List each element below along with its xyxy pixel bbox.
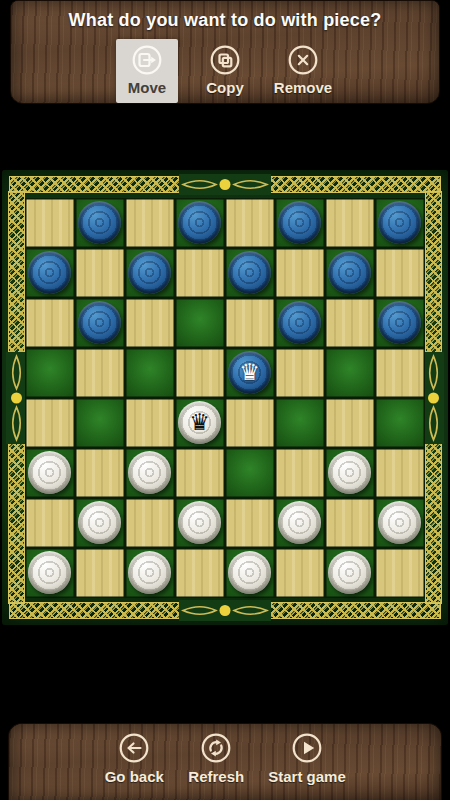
square-r4c2 [75, 348, 125, 398]
board-grid: ♛♛ [25, 198, 425, 598]
blue-piece[interactable] [78, 301, 121, 344]
square-r1c5 [225, 198, 275, 248]
square-r1c4[interactable] [175, 198, 225, 248]
blue-piece[interactable] [328, 251, 371, 294]
square-r1c8[interactable] [375, 198, 425, 248]
play-icon [291, 732, 323, 764]
square-r8c3[interactable] [125, 548, 175, 598]
blue-piece[interactable] [228, 251, 271, 294]
square-r2c1[interactable] [25, 248, 75, 298]
square-r8c7[interactable] [325, 548, 375, 598]
square-r3c5 [225, 298, 275, 348]
white-piece[interactable] [328, 451, 371, 494]
white-piece[interactable] [128, 451, 171, 494]
square-r3c4[interactable] [175, 298, 225, 348]
checkers-board: ♛♛ [2, 170, 448, 625]
square-r4c4 [175, 348, 225, 398]
square-r2c5[interactable] [225, 248, 275, 298]
frame-eye-ornament-right [423, 352, 444, 444]
remove-icon [287, 44, 319, 76]
square-r7c3 [125, 498, 175, 548]
blue-piece[interactable] [378, 301, 421, 344]
square-r5c2[interactable] [75, 398, 125, 448]
square-r4c1[interactable] [25, 348, 75, 398]
refresh-label: Refresh [188, 768, 244, 785]
square-r3c3 [125, 298, 175, 348]
square-r4c6 [275, 348, 325, 398]
white-piece[interactable] [28, 551, 71, 594]
square-r1c6[interactable] [275, 198, 325, 248]
king-crown-icon: ♛ [228, 351, 271, 394]
square-r3c7 [325, 298, 375, 348]
square-r3c8[interactable] [375, 298, 425, 348]
square-r1c3 [125, 198, 175, 248]
square-r6c2 [75, 448, 125, 498]
square-r7c1 [25, 498, 75, 548]
square-r7c5 [225, 498, 275, 548]
square-r1c2[interactable] [75, 198, 125, 248]
go-back-label: Go back [105, 768, 164, 785]
blue-piece[interactable] [78, 201, 121, 244]
square-r5c6[interactable] [275, 398, 325, 448]
frame-eye-ornament-top [179, 174, 271, 195]
action-bar: Go back Refresh Start game [8, 723, 442, 800]
square-r2c8 [375, 248, 425, 298]
square-r7c7 [325, 498, 375, 548]
blue-piece[interactable] [278, 301, 321, 344]
square-r4c5[interactable]: ♛ [225, 348, 275, 398]
square-r8c2 [75, 548, 125, 598]
square-r7c2[interactable] [75, 498, 125, 548]
square-r2c2 [75, 248, 125, 298]
square-r2c7[interactable] [325, 248, 375, 298]
square-r5c8[interactable] [375, 398, 425, 448]
blue-piece[interactable] [178, 201, 221, 244]
back-icon [118, 732, 150, 764]
start-game-button[interactable]: Start game [268, 732, 346, 785]
frame-eye-ornament-bottom [179, 600, 271, 621]
square-r6c4 [175, 448, 225, 498]
square-r8c8 [375, 548, 425, 598]
white-piece[interactable] [178, 501, 221, 544]
square-r8c4 [175, 548, 225, 598]
go-back-button[interactable]: Go back [104, 732, 164, 785]
square-r6c8 [375, 448, 425, 498]
prompt-buttons: Move Copy Remove [11, 39, 439, 103]
prompt-title: What do you want to do with piece? [11, 10, 439, 31]
blue-piece[interactable] [278, 201, 321, 244]
white-piece[interactable] [28, 451, 71, 494]
prompt-panel: What do you want to do with piece? Move … [10, 0, 440, 104]
refresh-button[interactable]: Refresh [186, 732, 246, 785]
white-king-piece[interactable]: ♛ [178, 401, 221, 444]
white-piece[interactable] [228, 551, 271, 594]
white-piece[interactable] [128, 551, 171, 594]
king-crown-icon: ♛ [178, 401, 221, 444]
action-bar-buttons: Go back Refresh Start game [9, 732, 441, 785]
square-r3c2[interactable] [75, 298, 125, 348]
square-r5c4[interactable]: ♛ [175, 398, 225, 448]
square-r5c3 [125, 398, 175, 448]
square-r8c5[interactable] [225, 548, 275, 598]
square-r7c6[interactable] [275, 498, 325, 548]
square-r2c6 [275, 248, 325, 298]
blue-piece[interactable] [28, 251, 71, 294]
square-r5c5 [225, 398, 275, 448]
square-r4c7[interactable] [325, 348, 375, 398]
white-piece[interactable] [278, 501, 321, 544]
copy-label: Copy [206, 79, 244, 96]
square-r8c1[interactable] [25, 548, 75, 598]
square-r5c1 [25, 398, 75, 448]
square-r5c7 [325, 398, 375, 448]
square-r7c4[interactable] [175, 498, 225, 548]
square-r6c3[interactable] [125, 448, 175, 498]
frame-eye-ornament-left [6, 352, 27, 444]
blue-piece[interactable] [378, 201, 421, 244]
square-r4c8 [375, 348, 425, 398]
square-r3c6[interactable] [275, 298, 325, 348]
square-r6c5[interactable] [225, 448, 275, 498]
copy-button[interactable]: Copy [194, 39, 256, 103]
remove-label: Remove [274, 79, 332, 96]
square-r6c6 [275, 448, 325, 498]
start-game-label: Start game [268, 768, 346, 785]
move-icon [131, 44, 163, 76]
square-r7c8[interactable] [375, 498, 425, 548]
square-r2c4 [175, 248, 225, 298]
square-r8c6 [275, 548, 325, 598]
square-r1c1 [25, 198, 75, 248]
white-piece[interactable] [78, 501, 121, 544]
white-piece[interactable] [378, 501, 421, 544]
copy-icon [209, 44, 241, 76]
square-r2c3[interactable] [125, 248, 175, 298]
refresh-icon [200, 732, 232, 764]
blue-king-piece[interactable]: ♛ [228, 351, 271, 394]
blue-piece[interactable] [128, 251, 171, 294]
square-r3c1 [25, 298, 75, 348]
square-r1c7 [325, 198, 375, 248]
move-button[interactable]: Move [116, 39, 178, 103]
square-r6c7[interactable] [325, 448, 375, 498]
white-piece[interactable] [328, 551, 371, 594]
remove-button[interactable]: Remove [272, 39, 334, 103]
square-r6c1[interactable] [25, 448, 75, 498]
square-r4c3[interactable] [125, 348, 175, 398]
move-label: Move [128, 79, 166, 96]
